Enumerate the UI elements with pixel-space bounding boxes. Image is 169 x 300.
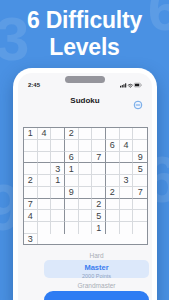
sudoku-cell-r8c2[interactable] (38, 210, 52, 222)
sudoku-cell-r6c9[interactable]: 7 (133, 187, 147, 199)
sudoku-cell-r1c6[interactable] (92, 128, 106, 140)
selected-difficulty-label: Master (44, 260, 149, 272)
minus-circle-icon (133, 100, 143, 110)
sudoku-cell-r7c3[interactable] (51, 199, 65, 211)
headline: 6 Difficulty Levels (0, 7, 169, 61)
signal-bars-icon (120, 83, 126, 87)
sudoku-cell-r7c8[interactable] (120, 199, 134, 211)
sudoku-cell-r5c1[interactable]: 2 (24, 175, 38, 187)
sudoku-cell-r1c8[interactable] (120, 128, 134, 140)
sudoku-cell-r2c5[interactable] (79, 140, 93, 152)
sudoku-cell-r4c6[interactable] (92, 163, 106, 175)
sudoku-cell-r6c6[interactable] (92, 187, 106, 199)
sudoku-cell-r7c6[interactable]: 2 (92, 199, 106, 211)
sudoku-cell-r8c1[interactable]: 4 (24, 210, 38, 222)
sudoku-cell-r9c9[interactable] (133, 222, 147, 234)
sudoku-cell-r8c3[interactable] (51, 210, 65, 222)
sudoku-cell-r3c1[interactable] (24, 152, 38, 164)
nav-title: Sudoku (18, 96, 152, 105)
sudoku-board: 14264679315213927724513 (23, 127, 148, 245)
sudoku-cell-r8c9[interactable] (133, 210, 147, 222)
sudoku-cell-r1c7[interactable] (106, 128, 120, 140)
sudoku-cell-r3c2[interactable] (38, 152, 52, 164)
sudoku-cell-r8c5[interactable] (79, 210, 93, 222)
sudoku-cell-r9c1[interactable] (24, 222, 38, 234)
sudoku-cell-r1c4[interactable]: 2 (65, 128, 79, 140)
phone-mockup: 2:45 (13, 68, 157, 300)
sudoku-cell-r5c5[interactable] (79, 175, 93, 187)
minus-circle-button[interactable] (133, 96, 143, 106)
sudoku-cell-r3c9[interactable]: 9 (133, 152, 147, 164)
sudoku-cell-r4c3[interactable]: 3 (51, 163, 65, 175)
sudoku-cell-r2c2[interactable] (38, 140, 52, 152)
sudoku-cell-r2c6[interactable] (92, 140, 106, 152)
promo-screenshot: 3 6 6 9 6 Difficulty Levels 2:45 (0, 0, 169, 300)
sudoku-cell-r8c7[interactable] (106, 210, 120, 222)
sudoku-cell-r4c4[interactable]: 1 (65, 163, 79, 175)
difficulty-option-selected[interactable]: Master 2000 Points (44, 260, 149, 278)
sudoku-cell-r6c7[interactable]: 2 (106, 187, 120, 199)
sudoku-cell-r4c7[interactable] (106, 163, 120, 175)
sudoku-cell-r5c3[interactable]: 1 (51, 175, 65, 187)
sudoku-cell-r9c8[interactable] (120, 222, 134, 234)
sudoku-cell-r5c4[interactable] (65, 175, 79, 187)
wifi-icon (128, 84, 132, 88)
sudoku-cell-r5c8[interactable]: 3 (120, 175, 134, 187)
headline-line1: 6 Difficulty (0, 7, 169, 34)
sudoku-cell-r1c1[interactable]: 1 (24, 128, 38, 140)
sudoku-cell-r8c8[interactable] (120, 210, 134, 222)
sudoku-cell-r3c3[interactable] (51, 152, 65, 164)
sudoku-cell-r1c5[interactable] (79, 128, 93, 140)
sudoku-cell-r6c4[interactable]: 9 (65, 187, 79, 199)
sudoku-cell-r2c8[interactable]: 4 (120, 140, 134, 152)
sudoku-cell-r4c2[interactable] (38, 163, 52, 175)
sudoku-cell-r3c5[interactable] (79, 152, 93, 164)
sudoku-cell-r7c2[interactable] (38, 199, 52, 211)
sudoku-cell-r9c2[interactable] (38, 222, 52, 234)
sudoku-cell-r5c6[interactable] (92, 175, 106, 187)
sudoku-cell-r4c1[interactable] (24, 163, 38, 175)
sudoku-cell-r9c4[interactable] (65, 222, 79, 234)
sudoku-cell-r2c1[interactable] (24, 140, 38, 152)
sudoku-cell-r1c2[interactable]: 4 (38, 128, 52, 140)
sudoku-cell-r1c3[interactable] (51, 128, 65, 140)
headline-line2: Levels (0, 34, 169, 61)
sudoku-cell-r9c3[interactable] (51, 222, 65, 234)
sudoku-cell-r6c3[interactable] (51, 187, 65, 199)
sudoku-cell-r3c4[interactable]: 6 (65, 152, 79, 164)
sudoku-cell-r4c5[interactable] (79, 163, 93, 175)
phone-screen: 2:45 (18, 73, 152, 300)
sudoku-cell-r1c9[interactable] (133, 128, 147, 140)
sudoku-cell-r2c9[interactable] (133, 140, 147, 152)
sudoku-cell-r8c4[interactable] (65, 210, 79, 222)
sudoku-cell-r7c4[interactable] (65, 199, 79, 211)
difficulty-option-previous[interactable]: Hard (44, 252, 149, 259)
battery-icon (134, 83, 142, 87)
sudoku-cell-r6c2[interactable] (38, 187, 52, 199)
sudoku-cell-r5c2[interactable] (38, 175, 52, 187)
sudoku-cell-r3c6[interactable]: 7 (92, 152, 106, 164)
nav-bar: Sudoku (18, 96, 152, 107)
sudoku-cell-r6c8[interactable] (120, 187, 134, 199)
sudoku-cell-r7c7[interactable] (106, 199, 120, 211)
sudoku-cell-r9c7[interactable] (106, 222, 120, 234)
sudoku-cell-r6c5[interactable] (79, 187, 93, 199)
difficulty-option-next[interactable]: Grandmaster (44, 282, 149, 289)
selected-difficulty-points: 2000 Points (44, 272, 149, 279)
sudoku-cell-r6c1[interactable] (24, 187, 38, 199)
sudoku-cell-r7c9[interactable] (133, 199, 147, 211)
sudoku-cell-r7c1[interactable]: 7 (24, 199, 38, 211)
sudoku-cell-r4c8[interactable] (120, 163, 134, 175)
sudoku-cell-r5c9[interactable] (133, 175, 147, 187)
sudoku-cell-r5c7[interactable] (106, 175, 120, 187)
sudoku-cell-r2c7[interactable]: 6 (106, 140, 120, 152)
sudoku-cell-r9c5[interactable] (79, 222, 93, 234)
sudoku-cell-r10c1[interactable]: 3 (24, 234, 38, 244)
status-bar: 2:45 (18, 81, 152, 89)
sudoku-cell-r9c6[interactable]: 1 (92, 222, 106, 234)
start-button[interactable]: Start (44, 291, 149, 300)
sudoku-cell-r8c6[interactable]: 5 (92, 210, 106, 222)
sudoku-cell-r7c5[interactable] (79, 199, 93, 211)
sudoku-cell-r3c7[interactable] (106, 152, 120, 164)
sudoku-cell-r4c9[interactable]: 5 (133, 163, 147, 175)
status-time: 2:45 (28, 82, 40, 88)
sudoku-cell-r2c4[interactable] (65, 140, 79, 152)
status-icons (120, 81, 142, 89)
sudoku-cell-r3c8[interactable] (120, 152, 134, 164)
sudoku-cell-r2c3[interactable] (51, 140, 65, 152)
